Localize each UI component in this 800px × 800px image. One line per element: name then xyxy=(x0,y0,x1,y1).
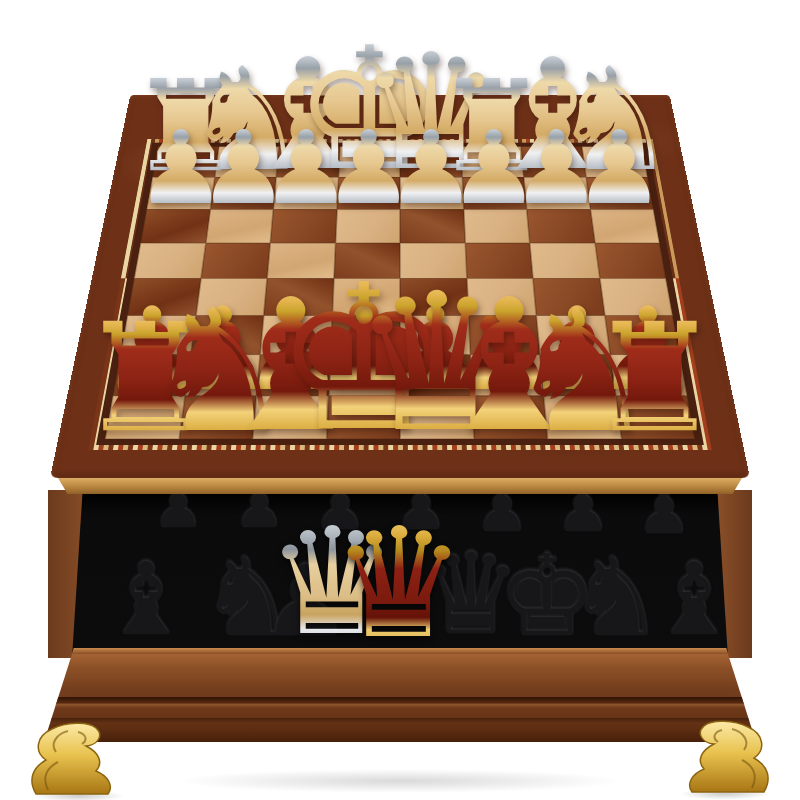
floor-shadow xyxy=(80,764,720,798)
piece-silver-pawn-h7[interactable]: ♟ xyxy=(574,118,665,219)
drawer-front-lip xyxy=(65,648,734,654)
gold-claw-foot-right xyxy=(672,716,776,798)
drawer-front-panel[interactable] xyxy=(44,648,756,742)
piece-gold-rook-h1[interactable]: ♜ xyxy=(587,304,721,454)
chess-set-scene: ♟♟♟♟♟♟♟♝♞♟♛♚♞♝♛♛ ♜♞♝♚♛♜♝♞♟♟♟♟♟♟♟♟♟♟♟♟♟♟♟… xyxy=(0,0,800,800)
base-molding-groove xyxy=(55,697,746,705)
base-molding-lower-groove xyxy=(48,718,753,723)
gold-claw-foot-left xyxy=(24,718,128,800)
board-slab-edge xyxy=(58,478,742,494)
drawer-piece-gold-queen[interactable]: ♛ xyxy=(331,508,467,660)
